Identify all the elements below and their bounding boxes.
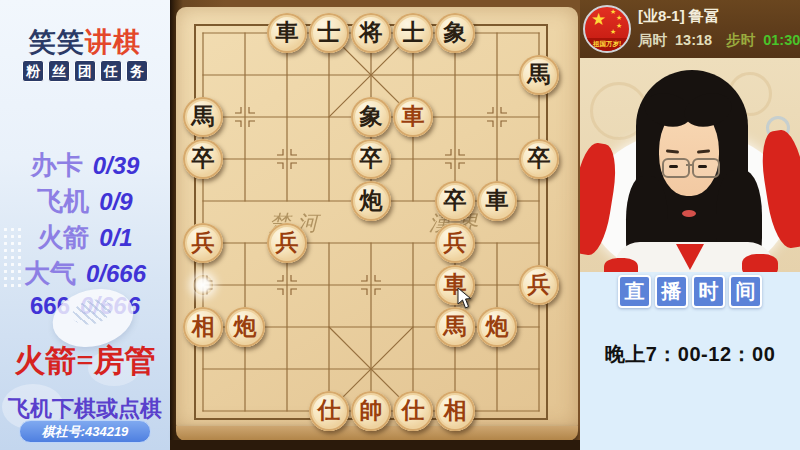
stream-frame: 笑笑讲棋 粉丝团任务 办卡0/39飞机0/9火箭0/1大气0/6666660/6… bbox=[0, 0, 800, 450]
fan-badge-char: 任 bbox=[100, 60, 122, 82]
logo-text-2: 讲棋 bbox=[85, 27, 141, 57]
piece-black-cannon[interactable]: 炮 bbox=[351, 181, 391, 221]
channel-logo: 笑笑讲棋 bbox=[0, 24, 170, 60]
webcam-feed bbox=[580, 58, 800, 272]
piece-red-soldier[interactable]: 兵 bbox=[267, 223, 307, 263]
piece-red-advisor[interactable]: 仕 bbox=[393, 391, 433, 431]
mouse-cursor bbox=[457, 287, 473, 311]
piece-red-soldier[interactable]: 兵 bbox=[519, 265, 559, 305]
piece-black-elephant[interactable]: 象 bbox=[351, 97, 391, 137]
eye bbox=[698, 165, 707, 168]
fan-badge-char: 团 bbox=[74, 60, 96, 82]
game-time-label: 局时 bbox=[638, 32, 667, 48]
board-area: 楚河 漢界 車士将士象馬馬象車卒卒卒炮卒車兵兵兵車兵相炮馬炮仕帥仕相 bbox=[170, 0, 580, 450]
chess-club-id-pill: 棋社号:434219 bbox=[19, 420, 151, 443]
piece-black-chariot[interactable]: 車 bbox=[477, 181, 517, 221]
move-highlight-marker bbox=[193, 275, 213, 295]
fan-task-row: 大气0/666 bbox=[0, 256, 170, 291]
piece-red-advisor[interactable]: 仕 bbox=[309, 391, 349, 431]
flag-star-icon: ★ bbox=[616, 22, 622, 30]
fan-task-row: 火箭0/1 bbox=[0, 220, 170, 255]
piece-black-horse[interactable]: 馬 bbox=[183, 97, 223, 137]
fan-task-progress: 0/1 bbox=[99, 224, 132, 252]
fan-badge-char: 丝 bbox=[48, 60, 70, 82]
piece-black-elephant[interactable]: 象 bbox=[435, 13, 475, 53]
piece-black-horse[interactable]: 馬 bbox=[519, 55, 559, 95]
schedule-title-char: 时 bbox=[692, 275, 725, 308]
red-jacket bbox=[604, 258, 638, 272]
piece-black-general[interactable]: 将 bbox=[351, 13, 391, 53]
piece-red-elephant[interactable]: 相 bbox=[435, 391, 475, 431]
flag-star-icon: ★ bbox=[610, 28, 616, 36]
move-time-label: 步时 bbox=[726, 32, 755, 48]
piece-red-cannon[interactable]: 炮 bbox=[225, 307, 265, 347]
opponent-avatar-flag[interactable]: ★ ★ ★ ★ ★ 祖国万岁! bbox=[583, 5, 631, 53]
rocket-note: 火箭=房管 bbox=[0, 340, 170, 382]
glasses-bridge bbox=[686, 164, 692, 166]
piece-red-cannon[interactable]: 炮 bbox=[477, 307, 517, 347]
red-jacket bbox=[742, 254, 778, 272]
game-time-value: 13:18 bbox=[675, 32, 712, 48]
logo-text-1: 笑笑 bbox=[29, 27, 85, 57]
piece-black-soldier[interactable]: 卒 bbox=[351, 139, 391, 179]
opponent-name: [业8-1] 鲁冨 bbox=[638, 7, 719, 26]
piece-black-advisor[interactable]: 士 bbox=[309, 13, 349, 53]
piece-red-horse[interactable]: 馬 bbox=[435, 307, 475, 347]
schedule-title: 直播时间 bbox=[580, 272, 800, 308]
eye bbox=[669, 165, 678, 168]
opponent-info-bar: ★ ★ ★ ★ ★ 祖国万岁! [业8-1] 鲁冨 局时 13:18 步时 01… bbox=[580, 0, 800, 58]
right-panel: ★ ★ ★ ★ ★ 祖国万岁! [业8-1] 鲁冨 局时 13:18 步时 01… bbox=[580, 0, 800, 450]
piece-black-chariot[interactable]: 車 bbox=[267, 13, 307, 53]
piece-red-chariot[interactable]: 車 bbox=[393, 97, 433, 137]
fan-badge-char: 粉 bbox=[22, 60, 44, 82]
dots-decoration bbox=[2, 226, 22, 288]
piece-black-advisor[interactable]: 士 bbox=[393, 13, 433, 53]
flag-star-icon: ★ bbox=[616, 14, 622, 22]
fan-task-progress: 0/9 bbox=[99, 188, 132, 216]
game-clocks: 局时 13:18 步时 01:30 bbox=[638, 31, 800, 50]
fan-task-row: 办卡0/39 bbox=[0, 148, 170, 183]
schedule-title-char: 间 bbox=[729, 275, 762, 308]
fan-task-label: 飞机 bbox=[37, 184, 89, 219]
piece-red-soldier[interactable]: 兵 bbox=[183, 223, 223, 263]
piece-red-soldier[interactable]: 兵 bbox=[435, 223, 475, 263]
schedule-title-char: 播 bbox=[655, 275, 688, 308]
piece-black-soldier[interactable]: 卒 bbox=[435, 181, 475, 221]
left-sidebar: 笑笑讲棋 粉丝团任务 办卡0/39飞机0/9火箭0/1大气0/6666660/6… bbox=[0, 0, 170, 450]
fan-badge-char: 务 bbox=[126, 60, 148, 82]
piece-black-soldier[interactable]: 卒 bbox=[183, 139, 223, 179]
fan-task-progress: 0/39 bbox=[93, 152, 140, 180]
piece-black-soldier[interactable]: 卒 bbox=[519, 139, 559, 179]
glasses-lens bbox=[692, 158, 720, 178]
piece-red-general[interactable]: 帥 bbox=[351, 391, 391, 431]
mouth bbox=[682, 210, 696, 217]
fan-task-label: 火箭 bbox=[37, 220, 89, 255]
avatar-banner: 祖国万岁! bbox=[585, 38, 629, 51]
schedule-title-char: 直 bbox=[618, 275, 651, 308]
piece-red-elephant[interactable]: 相 bbox=[183, 307, 223, 347]
fan-task-label: 大气 bbox=[24, 256, 76, 291]
fan-task-row: 飞机0/9 bbox=[0, 184, 170, 219]
move-time-value: 01:30 bbox=[763, 32, 800, 48]
glasses-lens bbox=[662, 158, 690, 178]
pieces-layer: 車士将士象馬馬象車卒卒卒炮卒車兵兵兵車兵相炮馬炮仕帥仕相 bbox=[170, 0, 580, 450]
fan-task-label: 办卡 bbox=[31, 148, 83, 183]
flag-star-icon: ★ bbox=[591, 9, 606, 30]
fan-task-progress: 0/666 bbox=[86, 260, 146, 288]
fan-badges: 粉丝团任务 bbox=[0, 60, 170, 82]
schedule-time: 晚上7：00-12：00 bbox=[580, 341, 800, 368]
schedule-panel: 直播时间 晚上7：00-12：00 bbox=[580, 272, 800, 450]
